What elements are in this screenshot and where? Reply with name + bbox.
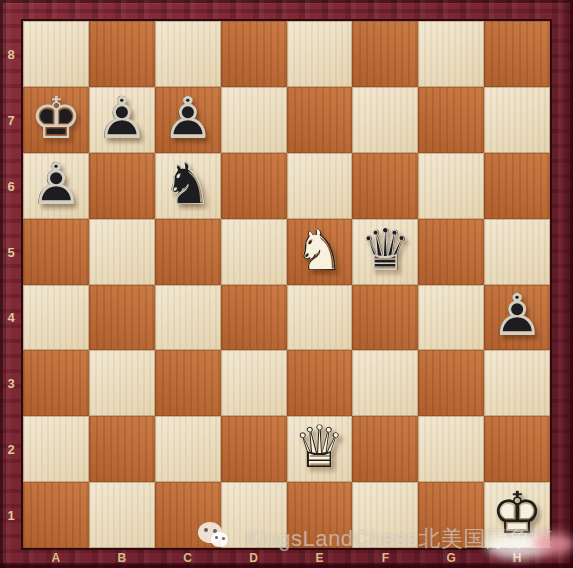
square-d6[interactable]: [221, 153, 287, 219]
rank-label-4: 4: [3, 310, 19, 325]
square-c6[interactable]: ♞♘: [155, 153, 221, 219]
file-label-e: E: [287, 550, 353, 566]
black-king-glyph-outline: ♔: [30, 89, 82, 147]
rank-label-5: 5: [3, 244, 19, 259]
rank-label-2: 2: [3, 442, 19, 457]
white-knight-glyph-outline: ♘: [293, 221, 345, 279]
rank-label-3: 3: [3, 376, 19, 391]
square-b8[interactable]: [89, 21, 155, 87]
square-g8[interactable]: [418, 21, 484, 87]
square-c7[interactable]: ♟♙: [155, 87, 221, 153]
square-a8[interactable]: [23, 21, 89, 87]
square-d5[interactable]: [221, 219, 287, 285]
square-a1[interactable]: [23, 482, 89, 548]
piece-white-knight-e5[interactable]: ♞♘: [287, 219, 353, 285]
square-f2[interactable]: [352, 416, 418, 482]
square-h3[interactable]: [484, 350, 550, 416]
piece-black-king-a7[interactable]: ♚♔: [23, 87, 89, 153]
black-knight-glyph-outline: ♘: [162, 155, 214, 213]
file-label-b: B: [89, 550, 155, 566]
square-d1[interactable]: [221, 482, 287, 548]
square-b3[interactable]: [89, 350, 155, 416]
square-b1[interactable]: [89, 482, 155, 548]
piece-black-pawn-h4[interactable]: ♟♙: [484, 285, 550, 351]
rank-label-7: 7: [3, 112, 19, 127]
chess-board: ♚♔♟♙♟♙♟♙♞♘♞♘♛♕♟♙♛♕♚♔: [21, 19, 552, 550]
black-pawn-glyph-outline: ♙: [162, 89, 214, 147]
square-e8[interactable]: [287, 21, 353, 87]
square-e4[interactable]: [287, 285, 353, 351]
square-b5[interactable]: [89, 219, 155, 285]
square-b6[interactable]: [89, 153, 155, 219]
square-a5[interactable]: [23, 219, 89, 285]
rank-label-8: 8: [3, 46, 19, 61]
square-d7[interactable]: [221, 87, 287, 153]
square-f4[interactable]: [352, 285, 418, 351]
square-f5[interactable]: ♛♕: [352, 219, 418, 285]
square-h5[interactable]: [484, 219, 550, 285]
square-h2[interactable]: [484, 416, 550, 482]
piece-white-queen-e2[interactable]: ♛♕: [287, 416, 353, 482]
square-c3[interactable]: [155, 350, 221, 416]
square-g2[interactable]: [418, 416, 484, 482]
square-h8[interactable]: [484, 21, 550, 87]
piece-black-knight-c6[interactable]: ♞♘: [155, 153, 221, 219]
file-label-d: D: [221, 550, 287, 566]
file-label-a: A: [23, 550, 89, 566]
piece-black-pawn-a6[interactable]: ♟♙: [23, 153, 89, 219]
square-c5[interactable]: [155, 219, 221, 285]
square-g1[interactable]: [418, 482, 484, 548]
square-f3[interactable]: [352, 350, 418, 416]
square-b7[interactable]: ♟♙: [89, 87, 155, 153]
square-e6[interactable]: [287, 153, 353, 219]
file-label-c: C: [155, 550, 221, 566]
square-d4[interactable]: [221, 285, 287, 351]
square-e1[interactable]: [287, 482, 353, 548]
square-g7[interactable]: [418, 87, 484, 153]
square-c1[interactable]: [155, 482, 221, 548]
square-a4[interactable]: [23, 285, 89, 351]
file-label-f: F: [352, 550, 418, 566]
square-d8[interactable]: [221, 21, 287, 87]
black-pawn-glyph-outline: ♙: [96, 89, 148, 147]
black-pawn-glyph-outline: ♙: [491, 287, 543, 345]
white-queen-glyph-outline: ♕: [293, 418, 345, 476]
square-g5[interactable]: [418, 219, 484, 285]
square-c8[interactable]: [155, 21, 221, 87]
piece-black-pawn-c7[interactable]: ♟♙: [155, 87, 221, 153]
square-f7[interactable]: [352, 87, 418, 153]
square-d3[interactable]: [221, 350, 287, 416]
black-queen-glyph-outline: ♕: [359, 221, 411, 279]
file-label-g: G: [418, 550, 484, 566]
chess-diagram: ♚♔♟♙♟♙♟♙♞♘♞♘♛♕♟♙♛♕♚♔ 87654321 ABCDEFGH K…: [0, 0, 573, 568]
square-h1[interactable]: ♚♔: [484, 482, 550, 548]
square-a3[interactable]: [23, 350, 89, 416]
square-a7[interactable]: ♚♔: [23, 87, 89, 153]
square-g6[interactable]: [418, 153, 484, 219]
piece-black-queen-f5[interactable]: ♛♕: [352, 219, 418, 285]
square-g3[interactable]: [418, 350, 484, 416]
square-c2[interactable]: [155, 416, 221, 482]
square-h6[interactable]: [484, 153, 550, 219]
square-f1[interactable]: [352, 482, 418, 548]
square-e2[interactable]: ♛♕: [287, 416, 353, 482]
square-f6[interactable]: [352, 153, 418, 219]
square-e7[interactable]: [287, 87, 353, 153]
square-b4[interactable]: [89, 285, 155, 351]
frame-right-shade: [559, 0, 573, 568]
piece-black-pawn-b7[interactable]: ♟♙: [89, 87, 155, 153]
black-pawn-glyph-outline: ♙: [30, 155, 82, 213]
square-b2[interactable]: [89, 416, 155, 482]
square-a6[interactable]: ♟♙: [23, 153, 89, 219]
square-e3[interactable]: [287, 350, 353, 416]
square-d2[interactable]: [221, 416, 287, 482]
square-f8[interactable]: [352, 21, 418, 87]
file-label-h: H: [484, 550, 550, 566]
piece-white-king-h1[interactable]: ♚♔: [484, 482, 550, 548]
square-a2[interactable]: [23, 416, 89, 482]
square-h4[interactable]: ♟♙: [484, 285, 550, 351]
square-g4[interactable]: [418, 285, 484, 351]
square-h7[interactable]: [484, 87, 550, 153]
square-e5[interactable]: ♞♘: [287, 219, 353, 285]
white-king-glyph-outline: ♔: [491, 484, 543, 542]
rank-label-6: 6: [3, 178, 19, 193]
rank-label-1: 1: [3, 508, 19, 523]
square-c4[interactable]: [155, 285, 221, 351]
